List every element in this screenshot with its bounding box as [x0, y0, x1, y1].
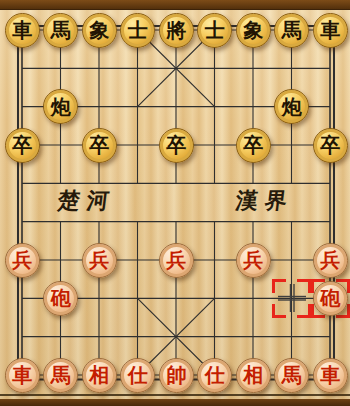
piece-red-cannon[interactable]: 砲: [43, 281, 78, 316]
piece-black-soldier[interactable]: 卒: [313, 128, 348, 163]
piece-red-horse[interactable]: 馬: [43, 358, 78, 393]
piece-red-soldier[interactable]: 兵: [5, 243, 40, 278]
piece-black-elephant[interactable]: 象: [82, 13, 117, 48]
piece-glyph: 兵: [12, 250, 32, 270]
piece-glyph: 將: [166, 20, 186, 40]
piece-glyph: 兵: [166, 250, 186, 270]
piece-red-horse[interactable]: 馬: [274, 358, 309, 393]
piece-black-soldier[interactable]: 卒: [159, 128, 194, 163]
piece-red-elephant[interactable]: 相: [236, 358, 271, 393]
piece-glyph: 炮: [51, 97, 71, 117]
piece-black-advisor[interactable]: 士: [197, 13, 232, 48]
piece-glyph: 相: [243, 365, 263, 385]
piece-red-advisor[interactable]: 仕: [197, 358, 232, 393]
piece-glyph: 砲: [320, 288, 340, 308]
piece-glyph: 士: [128, 20, 148, 40]
piece-black-chariot[interactable]: 車: [313, 13, 348, 48]
piece-glyph: 帥: [166, 365, 186, 385]
piece-glyph: 兵: [243, 250, 263, 270]
piece-red-elephant[interactable]: 相: [82, 358, 117, 393]
piece-glyph: 士: [205, 20, 225, 40]
piece-red-chariot[interactable]: 車: [5, 358, 40, 393]
piece-red-general[interactable]: 帥: [159, 358, 194, 393]
piece-glyph: 象: [89, 20, 109, 40]
piece-glyph: 車: [12, 20, 32, 40]
piece-glyph: 馬: [51, 365, 71, 385]
piece-glyph: 馬: [51, 20, 71, 40]
piece-red-soldier[interactable]: 兵: [82, 243, 117, 278]
piece-red-chariot[interactable]: 車: [313, 358, 348, 393]
piece-glyph: 仕: [128, 365, 148, 385]
target-bracket: [272, 279, 311, 318]
piece-glyph: 炮: [282, 97, 302, 117]
xiangqi-board: 楚河 漢界 車馬象士將士象馬車炮炮卒卒卒卒卒兵兵兵兵兵砲砲車馬相仕帥仕相馬車: [0, 0, 350, 406]
piece-glyph: 卒: [166, 135, 186, 155]
piece-red-soldier[interactable]: 兵: [313, 243, 348, 278]
piece-glyph: 兵: [320, 250, 340, 270]
piece-glyph: 兵: [89, 250, 109, 270]
piece-glyph: 象: [243, 20, 263, 40]
piece-glyph: 卒: [89, 135, 109, 155]
piece-black-cannon[interactable]: 炮: [274, 89, 309, 124]
piece-glyph: 馬: [282, 365, 302, 385]
piece-grid[interactable]: 車馬象士將士象馬車炮炮卒卒卒卒卒兵兵兵兵兵砲砲車馬相仕帥仕相馬車: [3, 11, 350, 394]
piece-black-elephant[interactable]: 象: [236, 13, 271, 48]
piece-glyph: 卒: [320, 135, 340, 155]
piece-glyph: 車: [320, 20, 340, 40]
piece-black-horse[interactable]: 馬: [274, 13, 309, 48]
piece-glyph: 仕: [205, 365, 225, 385]
piece-red-advisor[interactable]: 仕: [120, 358, 155, 393]
piece-red-cannon[interactable]: 砲: [313, 281, 348, 316]
piece-red-soldier[interactable]: 兵: [236, 243, 271, 278]
piece-glyph: 卒: [12, 135, 32, 155]
piece-glyph: 砲: [51, 288, 71, 308]
piece-red-soldier[interactable]: 兵: [159, 243, 194, 278]
piece-glyph: 車: [12, 365, 32, 385]
piece-black-cannon[interactable]: 炮: [43, 89, 78, 124]
piece-black-soldier[interactable]: 卒: [5, 128, 40, 163]
piece-glyph: 卒: [243, 135, 263, 155]
piece-black-general[interactable]: 將: [159, 13, 194, 48]
piece-glyph: 相: [89, 365, 109, 385]
piece-glyph: 馬: [282, 20, 302, 40]
piece-black-advisor[interactable]: 士: [120, 13, 155, 48]
piece-black-soldier[interactable]: 卒: [82, 128, 117, 163]
piece-black-soldier[interactable]: 卒: [236, 128, 271, 163]
piece-black-chariot[interactable]: 車: [5, 13, 40, 48]
piece-glyph: 車: [320, 365, 340, 385]
piece-black-horse[interactable]: 馬: [43, 13, 78, 48]
